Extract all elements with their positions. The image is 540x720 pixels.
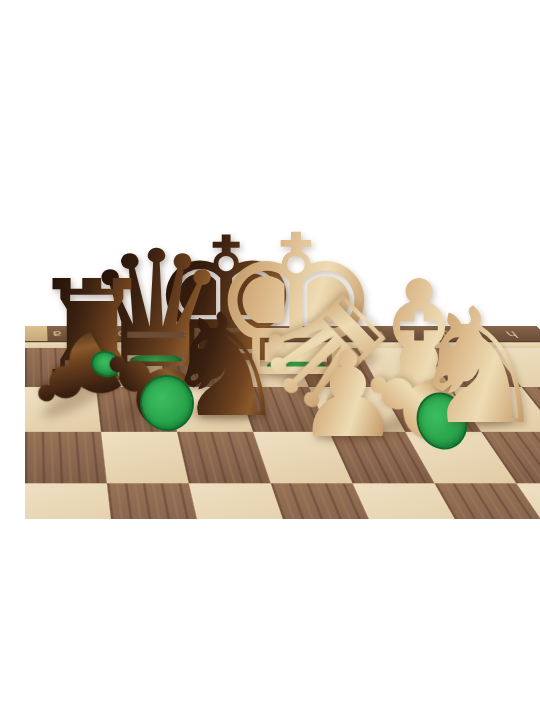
- light-knight-piece: ♞: [406, 287, 540, 447]
- product-photo-stage: abcdefgh ♚♛♜♞♟♟♚♛♟♟♝♞: [0, 0, 540, 720]
- light-square: [25, 483, 114, 519]
- dark-square: [107, 483, 203, 519]
- dark-knight-piece: ♞: [161, 295, 288, 437]
- dark-square: [25, 432, 107, 484]
- light-pawn-piece: ♟: [295, 336, 401, 454]
